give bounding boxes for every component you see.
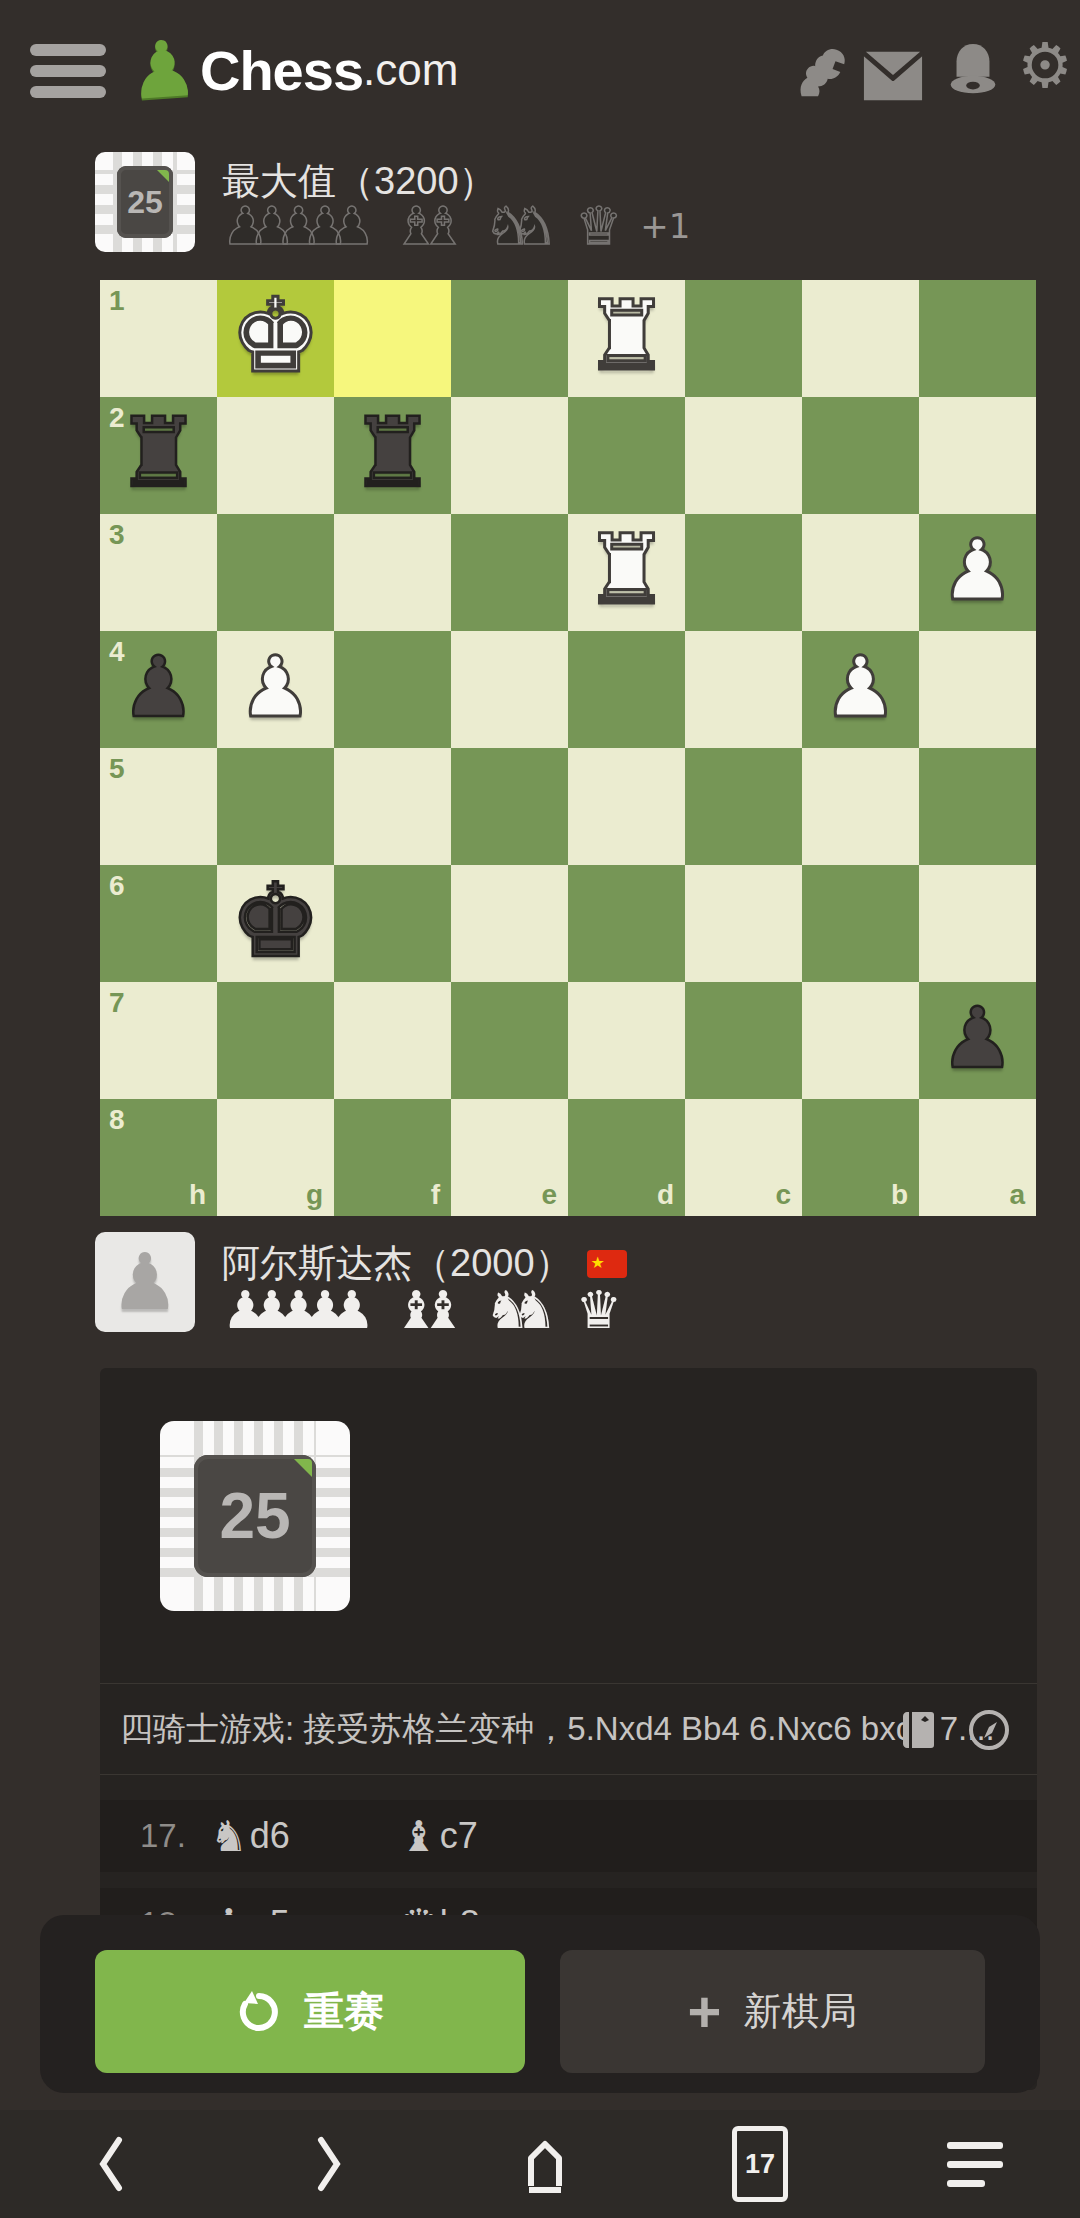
rank-label-6: 6 — [109, 870, 125, 902]
top-player-avatar[interactable]: 25 — [95, 152, 195, 252]
square-b7[interactable] — [802, 982, 919, 1099]
white-pawn-b4[interactable]: ♟ — [802, 631, 919, 748]
engine-level: 25 — [127, 184, 163, 221]
logo-text-com: .com — [363, 45, 458, 95]
white-move[interactable]: ♞d6 — [210, 1812, 400, 1861]
captured-group: ♞♞ — [484, 198, 557, 254]
square-d7[interactable] — [568, 982, 685, 1099]
white-pawn-g4[interactable]: ♟ — [217, 631, 334, 748]
square-c5[interactable] — [685, 748, 802, 865]
square-e8[interactable]: e — [451, 1099, 568, 1216]
nav-home-button[interactable] — [485, 2110, 605, 2218]
square-f6[interactable] — [334, 865, 451, 982]
square-f8[interactable]: f — [334, 1099, 451, 1216]
square-e1[interactable] — [451, 280, 568, 397]
mail-icon[interactable] — [862, 46, 924, 108]
move-number: 17. — [140, 1817, 210, 1855]
square-f5[interactable] — [334, 748, 451, 865]
captured-group: ♝♝ — [393, 198, 466, 254]
square-e3[interactable] — [451, 514, 568, 631]
square-d1[interactable]: ♜ — [568, 280, 685, 397]
white-king-g1[interactable]: ♚ — [217, 280, 334, 397]
square-a8[interactable]: a — [919, 1099, 1036, 1216]
square-g4[interactable]: ♟ — [217, 631, 334, 748]
square-h4[interactable]: ♟4 — [100, 631, 217, 748]
square-b4[interactable]: ♟ — [802, 631, 919, 748]
file-label-c: c — [775, 1179, 791, 1211]
file-label-b: b — [891, 1179, 908, 1211]
square-h3[interactable]: 3 — [100, 514, 217, 631]
captured-group: ♝♝ — [393, 1282, 466, 1338]
square-c7[interactable] — [685, 982, 802, 1099]
square-a5[interactable] — [919, 748, 1036, 865]
square-b8[interactable]: b — [802, 1099, 919, 1216]
chess-app-screen: ♟Chess.com ⚙ 25 最大值（3200） ♟♟♟♟♟♝♝♞♞♛ +1 … — [0, 0, 1080, 2218]
square-b3[interactable] — [802, 514, 919, 631]
tab-count: 17 — [745, 2149, 775, 2180]
chess-board[interactable]: 1♚♜♜2♜3♜♟♟4♟♟56♚7♟8hgfedcba — [100, 280, 1036, 1216]
square-g7[interactable] — [217, 982, 334, 1099]
nav-tabs-button[interactable]: 17 — [700, 2110, 820, 2218]
square-d6[interactable] — [568, 865, 685, 982]
nav-forward-button[interactable] — [267, 2110, 387, 2218]
square-f3[interactable] — [334, 514, 451, 631]
file-label-a: a — [1009, 1179, 1025, 1211]
square-b1[interactable] — [802, 280, 919, 397]
nav-back-button[interactable] — [53, 2110, 173, 2218]
square-e6[interactable] — [451, 865, 568, 982]
square-a3[interactable]: ♟ — [919, 514, 1036, 631]
square-d3[interactable]: ♜ — [568, 514, 685, 631]
rematch-button[interactable]: 重赛 — [95, 1950, 525, 2073]
system-nav-bar: 17 — [0, 2110, 1080, 2218]
square-a1[interactable] — [919, 280, 1036, 397]
engine-big-avatar[interactable]: 25 — [160, 1421, 350, 1611]
square-a4[interactable] — [919, 631, 1036, 748]
white-move-piece-icon: ♞ — [210, 1812, 248, 1861]
square-h1[interactable]: 1 — [100, 280, 217, 397]
square-a2[interactable] — [919, 397, 1036, 514]
square-h5[interactable]: 5 — [100, 748, 217, 865]
black-move[interactable]: ♝c7 — [400, 1812, 590, 1861]
file-label-e: e — [541, 1179, 557, 1211]
move-row-17: 17.♞d6♝c7 — [100, 1800, 1037, 1872]
logo-text: Chess — [200, 38, 363, 103]
square-b2[interactable] — [802, 397, 919, 514]
explorer-compass-icon[interactable] — [967, 1708, 1011, 1752]
square-c8[interactable]: c — [685, 1099, 802, 1216]
action-bar: 重赛 + 新棋局 — [40, 1915, 1040, 2093]
opening-name: 四骑士游戏: 接受苏格兰变种，5.Nxd4 Bb4 6.Nxc6 bxc6 7.… — [120, 1707, 995, 1752]
square-g5[interactable] — [217, 748, 334, 865]
rank-label-1: 1 — [109, 285, 125, 317]
square-g2[interactable] — [217, 397, 334, 514]
square-f4[interactable] — [334, 631, 451, 748]
captured-group: ♟♟♟♟♟ — [222, 198, 375, 254]
rematch-icon — [236, 1989, 282, 2035]
hamburger-menu-icon[interactable] — [30, 44, 106, 98]
square-g1[interactable]: ♚ — [217, 280, 334, 397]
rank-label-4: 4 — [109, 636, 125, 668]
square-e4[interactable] — [451, 631, 568, 748]
file-label-d: d — [657, 1179, 674, 1211]
top-player-captured-pieces: ♟♟♟♟♟♝♝♞♞♛ +1 — [222, 198, 690, 254]
captured-group: ♛ — [576, 198, 623, 254]
square-d2[interactable] — [568, 397, 685, 514]
square-e5[interactable] — [451, 748, 568, 865]
black-rook-f2[interactable]: ♜ — [334, 397, 451, 514]
square-d8[interactable]: d — [568, 1099, 685, 1216]
challenge-icon[interactable] — [788, 40, 850, 102]
plus-icon: + — [688, 1983, 722, 2041]
square-h2[interactable]: ♜2 — [100, 397, 217, 514]
file-label-g: g — [306, 1179, 323, 1211]
square-c2[interactable] — [685, 397, 802, 514]
rank-label-5: 5 — [109, 753, 125, 785]
square-e7[interactable] — [451, 982, 568, 1099]
rank-label-8: 8 — [109, 1104, 125, 1136]
square-c6[interactable] — [685, 865, 802, 982]
material-advantage: +1 — [640, 198, 690, 254]
rank-label-2: 2 — [109, 402, 125, 434]
rank-label-3: 3 — [109, 519, 125, 551]
black-king-g6[interactable]: ♚ — [217, 865, 334, 982]
top-bar: ♟Chess.com ⚙ — [0, 0, 1080, 140]
square-g6[interactable]: ♚ — [217, 865, 334, 982]
square-e2[interactable] — [451, 397, 568, 514]
square-h8[interactable]: 8h — [100, 1099, 217, 1216]
captured-group: ♛ — [576, 1282, 623, 1338]
file-label-f: f — [431, 1179, 440, 1211]
square-c1[interactable] — [685, 280, 802, 397]
opening-book-icon[interactable] — [897, 1708, 941, 1752]
white-pawn-a3[interactable]: ♟ — [919, 514, 1036, 631]
pawn-avatar-icon: ♟ — [110, 1237, 180, 1327]
logo-pawn-icon: ♟ — [125, 29, 200, 112]
square-b5[interactable] — [802, 748, 919, 865]
bottom-player-avatar[interactable]: ♟ — [95, 1232, 195, 1332]
square-a7[interactable]: ♟ — [919, 982, 1036, 1099]
square-d5[interactable] — [568, 748, 685, 865]
new-game-button[interactable]: + 新棋局 — [560, 1950, 985, 2073]
captured-group: ♞♞ — [484, 1282, 557, 1338]
black-pawn-a7[interactable]: ♟ — [919, 982, 1036, 1099]
square-f2[interactable]: ♜ — [334, 397, 451, 514]
square-h7[interactable]: 7 — [100, 982, 217, 1099]
bottom-player-captured-pieces: ♟♟♟♟♟♝♝♞♞♛ — [222, 1282, 622, 1338]
chesscom-logo[interactable]: ♟Chess.com — [128, 22, 458, 118]
white-rook-d3[interactable]: ♜ — [568, 514, 685, 631]
opening-row[interactable]: 四骑士游戏: 接受苏格兰变种，5.Nxd4 Bb4 6.Nxc6 bxc6 7.… — [100, 1683, 1037, 1775]
square-d4[interactable] — [568, 631, 685, 748]
rank-label-7: 7 — [109, 987, 125, 1019]
file-label-h: h — [189, 1179, 206, 1211]
black-move-piece-icon: ♝ — [400, 1812, 438, 1861]
square-g3[interactable] — [217, 514, 334, 631]
engine-notch — [157, 170, 169, 182]
china-flag-icon: ★ — [587, 1250, 627, 1278]
square-g8[interactable]: g — [217, 1099, 334, 1216]
square-c4[interactable] — [685, 631, 802, 748]
square-c3[interactable] — [685, 514, 802, 631]
white-rook-d1[interactable]: ♜ — [568, 280, 685, 397]
square-a6[interactable] — [919, 865, 1036, 982]
nav-menu-button[interactable] — [915, 2110, 1035, 2218]
square-h6[interactable]: 6 — [100, 865, 217, 982]
gear-icon[interactable]: ⚙ — [1014, 34, 1076, 96]
square-f1[interactable] — [334, 280, 451, 397]
bell-icon[interactable] — [942, 40, 1004, 102]
captured-group: ♟♟♟♟♟ — [222, 1282, 375, 1338]
square-b6[interactable] — [802, 865, 919, 982]
square-f7[interactable] — [334, 982, 451, 1099]
